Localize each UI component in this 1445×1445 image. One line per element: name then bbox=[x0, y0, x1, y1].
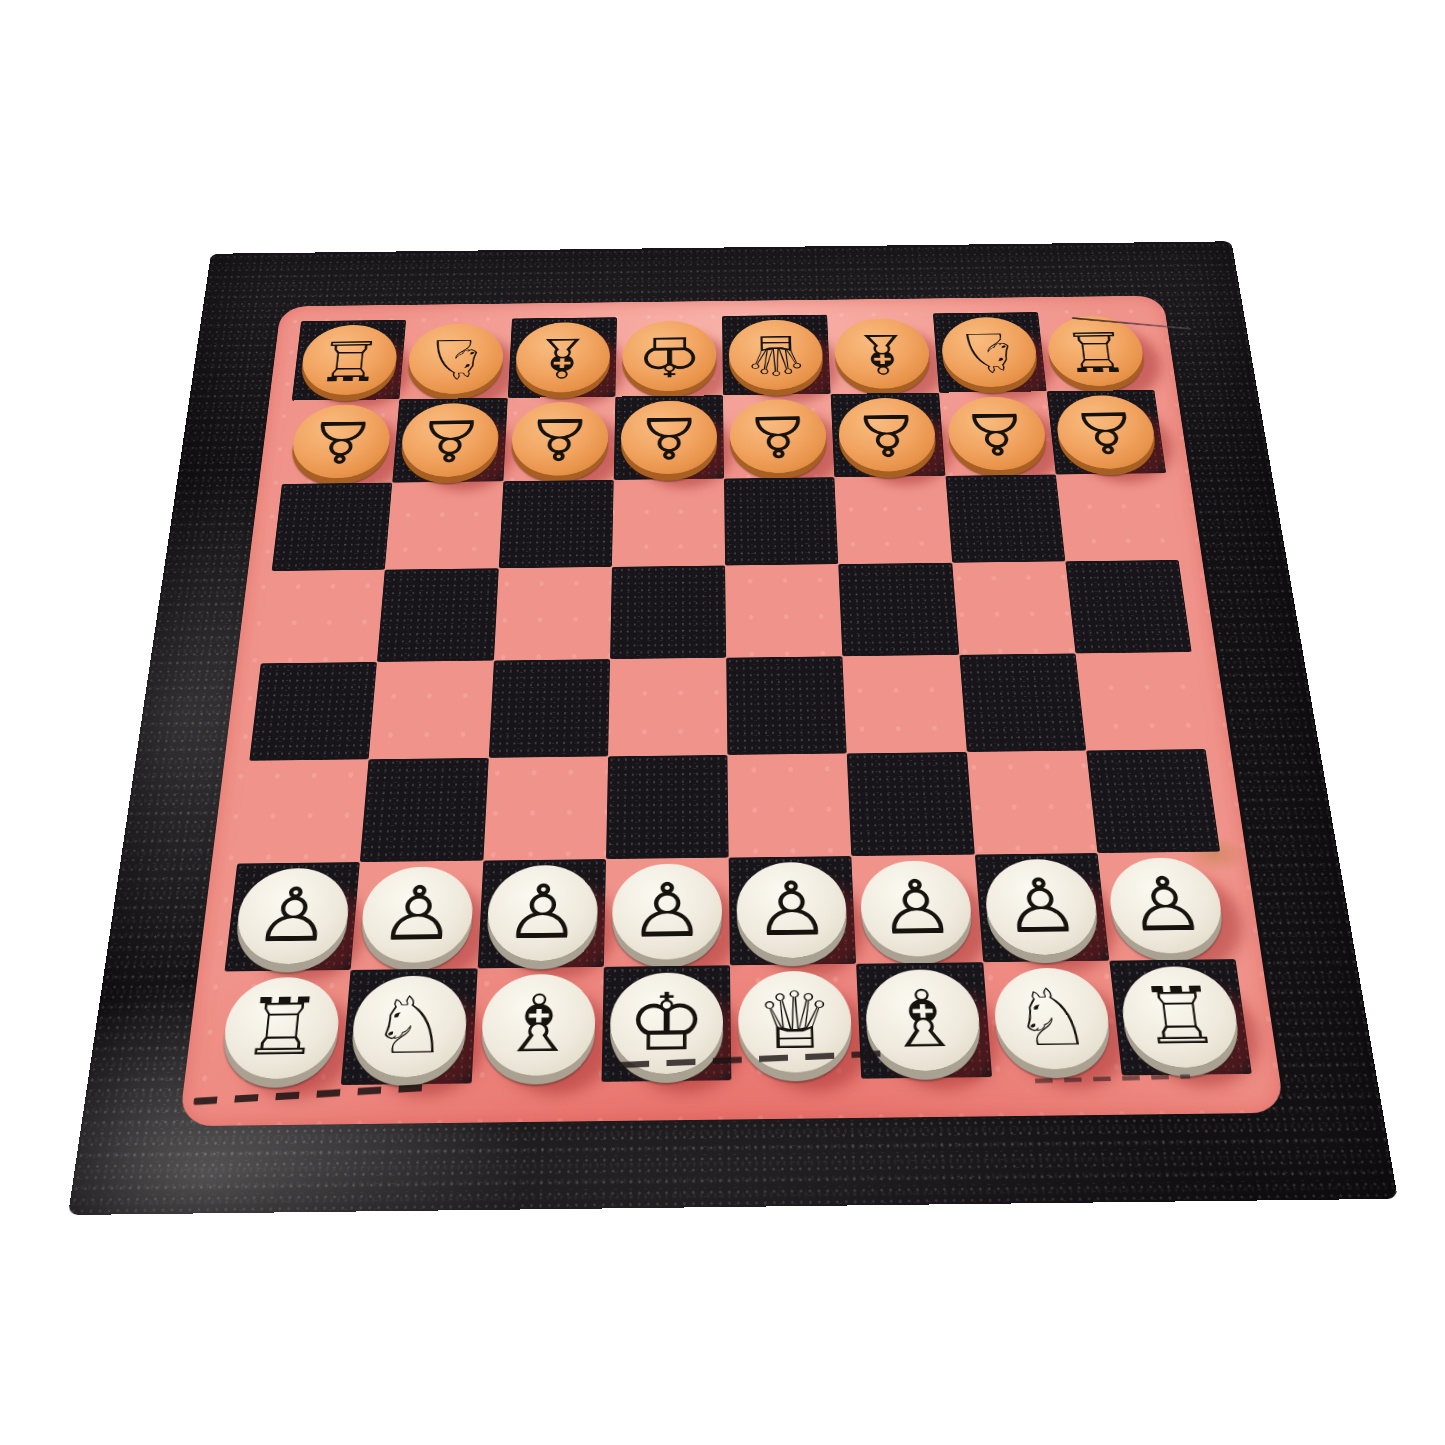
piece-orange-bishop-c8[interactable]: ♗ bbox=[514, 322, 610, 393]
square-e5[interactable] bbox=[725, 564, 842, 657]
square-c7[interactable]: ♙ bbox=[503, 396, 615, 481]
square-g1[interactable]: ♘ bbox=[983, 961, 1122, 1077]
piece-orange-pawn-c7[interactable]: ♙ bbox=[510, 401, 609, 476]
square-e1[interactable]: ♕ bbox=[730, 964, 862, 1080]
square-b5[interactable] bbox=[377, 568, 498, 662]
pawn-glyph: ♙ bbox=[852, 405, 923, 463]
piece-orange-bishop-f8[interactable]: ♗ bbox=[834, 318, 932, 389]
piece-white-pawn-f2[interactable]: ♙ bbox=[859, 860, 974, 957]
square-h3[interactable] bbox=[1086, 749, 1220, 853]
piece-orange-king-d8[interactable]: ♔ bbox=[622, 321, 717, 392]
square-g8[interactable]: ♘ bbox=[932, 312, 1046, 392]
square-d2[interactable]: ♙ bbox=[604, 857, 730, 967]
square-f8[interactable]: ♗ bbox=[827, 313, 938, 393]
square-g2[interactable]: ♙ bbox=[974, 853, 1109, 963]
pawn-glyph: ♙ bbox=[753, 872, 832, 947]
square-b1[interactable]: ♘ bbox=[341, 969, 477, 1085]
square-d3[interactable] bbox=[606, 755, 729, 859]
square-h7[interactable]: ♙ bbox=[1046, 390, 1166, 474]
square-g6[interactable] bbox=[945, 474, 1065, 563]
square-b7[interactable]: ♙ bbox=[392, 398, 507, 483]
queen-glyph: ♕ bbox=[755, 982, 836, 1062]
square-b4[interactable] bbox=[369, 661, 494, 760]
square-e6[interactable] bbox=[724, 477, 838, 566]
pawn-glyph: ♙ bbox=[377, 877, 459, 953]
piece-orange-pawn-a7[interactable]: ♙ bbox=[289, 404, 392, 479]
square-e8[interactable]: ♕ bbox=[722, 315, 831, 395]
piece-white-pawn-b2[interactable]: ♙ bbox=[359, 866, 475, 963]
piece-white-pawn-a2[interactable]: ♙ bbox=[233, 868, 352, 965]
square-c5[interactable] bbox=[493, 567, 611, 660]
piece-white-rook-h1[interactable]: ♖ bbox=[1117, 966, 1242, 1068]
square-d7[interactable]: ♙ bbox=[614, 395, 725, 479]
piece-orange-pawn-d7[interactable]: ♙ bbox=[620, 400, 717, 475]
pawn-glyph: ♙ bbox=[415, 411, 486, 469]
piece-white-bishop-c1[interactable]: ♗ bbox=[479, 974, 595, 1077]
square-g3[interactable] bbox=[966, 750, 1097, 854]
square-f2[interactable]: ♙ bbox=[851, 854, 982, 964]
square-d6[interactable] bbox=[612, 478, 725, 567]
piece-orange-knight-b8[interactable]: ♘ bbox=[406, 323, 504, 394]
square-e3[interactable] bbox=[727, 753, 851, 857]
piece-white-rook-a1[interactable]: ♖ bbox=[220, 977, 343, 1080]
piece-white-pawn-c2[interactable]: ♙ bbox=[485, 865, 598, 962]
rook-glyph: ♖ bbox=[238, 988, 325, 1068]
queen-glyph: ♕ bbox=[743, 327, 810, 382]
square-a4[interactable] bbox=[249, 662, 377, 761]
pawn-glyph: ♙ bbox=[1123, 868, 1209, 943]
king-glyph: ♔ bbox=[636, 328, 702, 383]
square-a2[interactable]: ♙ bbox=[224, 862, 360, 972]
square-f1[interactable]: ♗ bbox=[856, 962, 991, 1078]
piece-orange-pawn-g7[interactable]: ♙ bbox=[946, 396, 1049, 470]
square-b8[interactable]: ♘ bbox=[400, 319, 512, 400]
square-g5[interactable] bbox=[952, 562, 1075, 655]
square-h5[interactable] bbox=[1065, 560, 1191, 653]
bishop-glyph: ♗ bbox=[497, 985, 579, 1065]
piece-white-pawn-h2[interactable]: ♙ bbox=[1105, 857, 1227, 954]
rook-glyph: ♖ bbox=[1059, 323, 1131, 378]
piece-orange-pawn-b7[interactable]: ♙ bbox=[400, 403, 501, 478]
pawn-glyph: ♙ bbox=[628, 874, 705, 949]
photo-background: ♖♘♗♔♕♗♘♖♙♙♙♙♙♙♙♙♙♙♙♙♙♙♙♙♖♘♗♔♕♗♘♖ bbox=[0, 0, 1445, 1445]
square-c3[interactable] bbox=[483, 756, 608, 860]
piece-orange-pawn-h7[interactable]: ♙ bbox=[1053, 395, 1158, 469]
square-h4[interactable] bbox=[1075, 652, 1205, 750]
pawn-glyph: ♙ bbox=[744, 407, 813, 465]
piece-orange-pawn-e7[interactable]: ♙ bbox=[730, 399, 828, 473]
square-e4[interactable] bbox=[726, 656, 847, 754]
square-h1[interactable]: ♖ bbox=[1109, 959, 1252, 1075]
square-g4[interactable] bbox=[959, 653, 1086, 751]
piece-white-pawn-g2[interactable]: ♙ bbox=[982, 859, 1100, 956]
pawn-glyph: ♙ bbox=[960, 404, 1032, 462]
bishop-glyph: ♗ bbox=[882, 980, 966, 1060]
square-e2[interactable]: ♙ bbox=[729, 856, 857, 966]
square-a1[interactable]: ♖ bbox=[211, 970, 351, 1086]
pawn-glyph: ♙ bbox=[502, 875, 581, 950]
piece-orange-pawn-f7[interactable]: ♙ bbox=[838, 397, 938, 471]
square-g7[interactable]: ♙ bbox=[939, 391, 1056, 475]
piece-white-bishop-f1[interactable]: ♗ bbox=[864, 969, 983, 1072]
square-c1[interactable]: ♗ bbox=[471, 967, 603, 1083]
square-d4[interactable] bbox=[608, 658, 728, 756]
square-f7[interactable]: ♙ bbox=[831, 392, 945, 476]
board-slab: ♖♘♗♔♕♗♘♖♙♙♙♙♙♙♙♙♙♙♙♙♙♙♙♙♖♘♗♔♕♗♘♖ bbox=[68, 241, 1398, 1215]
square-f5[interactable] bbox=[838, 563, 958, 656]
square-b2[interactable]: ♙ bbox=[351, 860, 483, 970]
knight-glyph: ♘ bbox=[954, 324, 1025, 379]
board-field: ♖♘♗♔♕♗♘♖♙♙♙♙♙♙♙♙♙♙♙♙♙♙♙♙♖♘♗♔♕♗♘♖ bbox=[179, 296, 1285, 1127]
square-f4[interactable] bbox=[843, 655, 967, 753]
pawn-glyph: ♙ bbox=[305, 412, 378, 470]
rook-glyph: ♖ bbox=[314, 332, 385, 387]
knight-glyph: ♘ bbox=[421, 331, 490, 386]
board-scene: ♖♘♗♔♕♗♘♖♙♙♙♙♙♙♙♙♙♙♙♙♙♙♙♙♖♘♗♔♕♗♘♖ bbox=[0, 0, 1445, 1445]
piece-orange-queen-e8[interactable]: ♕ bbox=[728, 319, 824, 390]
chess-board: ♖♘♗♔♕♗♘♖♙♙♙♙♙♙♙♙♙♙♙♙♙♙♙♙♖♘♗♔♕♗♘♖ bbox=[211, 311, 1252, 1087]
piece-white-knight-b1[interactable]: ♘ bbox=[349, 975, 469, 1078]
square-c4[interactable] bbox=[488, 659, 609, 758]
square-f6[interactable] bbox=[835, 476, 952, 565]
square-c2[interactable]: ♙ bbox=[477, 859, 606, 969]
square-d5[interactable] bbox=[610, 566, 726, 659]
bishop-glyph: ♗ bbox=[529, 330, 596, 385]
square-a7[interactable]: ♙ bbox=[282, 399, 400, 484]
square-e7[interactable]: ♙ bbox=[723, 394, 835, 478]
pawn-glyph: ♙ bbox=[999, 869, 1083, 944]
piece-white-pawn-d2[interactable]: ♙ bbox=[611, 863, 722, 960]
square-c6[interactable] bbox=[498, 480, 613, 569]
square-a8[interactable]: ♖ bbox=[292, 320, 407, 401]
rook-glyph: ♖ bbox=[1135, 977, 1224, 1057]
pawn-glyph: ♙ bbox=[525, 409, 594, 467]
pawn-glyph: ♙ bbox=[1069, 403, 1143, 461]
pawn-glyph: ♙ bbox=[876, 871, 957, 946]
piece-white-pawn-e2[interactable]: ♙ bbox=[736, 862, 848, 959]
piece-white-knight-g1[interactable]: ♘ bbox=[991, 968, 1113, 1070]
knight-glyph: ♘ bbox=[368, 986, 452, 1066]
pawn-glyph: ♙ bbox=[251, 879, 335, 955]
square-c8[interactable]: ♗ bbox=[507, 317, 616, 398]
knight-glyph: ♘ bbox=[1009, 979, 1095, 1059]
scuff-mark-bottom-left bbox=[194, 1083, 438, 1105]
square-d8[interactable]: ♔ bbox=[615, 316, 723, 396]
pawn-glyph: ♙ bbox=[635, 408, 703, 466]
piece-orange-rook-a8[interactable]: ♖ bbox=[299, 324, 400, 395]
square-a5[interactable] bbox=[261, 570, 385, 664]
square-h2[interactable]: ♙ bbox=[1097, 851, 1235, 961]
square-h6[interactable] bbox=[1056, 473, 1179, 562]
square-b6[interactable] bbox=[385, 481, 503, 570]
square-a3[interactable] bbox=[237, 759, 369, 863]
king-glyph: ♔ bbox=[627, 983, 707, 1063]
piece-orange-rook-h8[interactable]: ♖ bbox=[1045, 315, 1147, 386]
square-b3[interactable] bbox=[360, 758, 488, 862]
piece-orange-knight-g8[interactable]: ♘ bbox=[939, 317, 1039, 388]
square-a6[interactable] bbox=[272, 482, 393, 571]
bishop-glyph: ♗ bbox=[848, 326, 917, 381]
square-f3[interactable] bbox=[847, 752, 974, 856]
